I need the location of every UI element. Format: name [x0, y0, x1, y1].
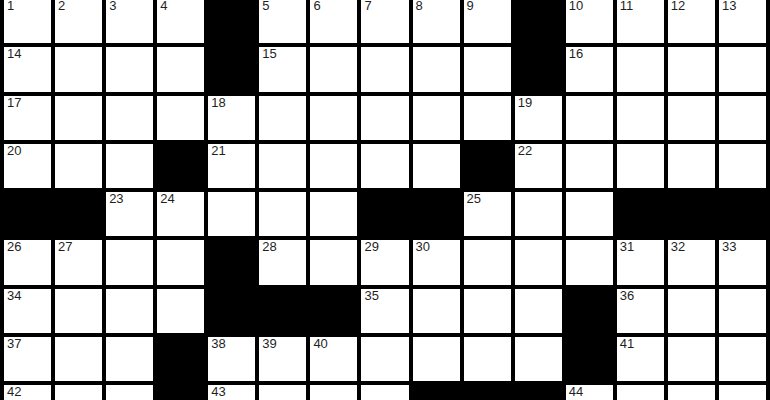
- black-cell: [413, 385, 460, 400]
- clue-number: 8: [416, 0, 423, 13]
- grid-cell[interactable]: [310, 192, 357, 236]
- grid-cell[interactable]: [55, 289, 102, 333]
- clue-number: 36: [620, 289, 634, 303]
- clue-number: 29: [364, 240, 378, 254]
- clue-number: 39: [262, 337, 276, 351]
- grid-cell[interactable]: 32: [668, 240, 715, 284]
- clue-number: 3: [109, 0, 116, 13]
- grid-cell[interactable]: [361, 385, 408, 400]
- grid-cell[interactable]: [259, 192, 306, 236]
- grid-cell[interactable]: 41: [617, 337, 664, 381]
- grid-cell[interactable]: 28: [259, 240, 306, 284]
- clue-number: 4: [160, 0, 167, 13]
- clue-number: 15: [262, 47, 276, 61]
- clue-number: 14: [7, 47, 21, 61]
- clue-number: 23: [109, 192, 123, 206]
- grid-cell[interactable]: 1: [4, 0, 51, 43]
- grid-cell[interactable]: 20: [4, 144, 51, 188]
- black-cell: [515, 47, 562, 91]
- grid-cell[interactable]: [55, 385, 102, 400]
- grid-cell[interactable]: [668, 385, 715, 400]
- clue-number: 40: [313, 337, 327, 351]
- grid-cell[interactable]: [719, 337, 766, 381]
- clue-number: 5: [262, 0, 269, 13]
- black-cell: [157, 385, 204, 400]
- grid-cell[interactable]: 9: [464, 0, 511, 43]
- grid-cell[interactable]: [106, 385, 153, 400]
- grid-cell[interactable]: [566, 240, 613, 284]
- black-cell: [464, 144, 511, 188]
- grid-cell[interactable]: 11: [617, 0, 664, 43]
- grid-cell[interactable]: [157, 240, 204, 284]
- grid-cell[interactable]: 2: [55, 0, 102, 43]
- grid-cell[interactable]: [668, 144, 715, 188]
- clue-number: 32: [671, 240, 685, 254]
- grid-cell[interactable]: 19: [515, 96, 562, 140]
- grid-cell[interactable]: [361, 144, 408, 188]
- clue-number: 6: [313, 0, 320, 13]
- grid-cell[interactable]: [464, 289, 511, 333]
- grid-cell[interactable]: 36: [617, 289, 664, 333]
- grid-cell[interactable]: [566, 144, 613, 188]
- black-cell: [413, 192, 460, 236]
- grid-cell[interactable]: 24: [157, 192, 204, 236]
- grid-cell[interactable]: 12: [668, 0, 715, 43]
- grid-cell[interactable]: 42: [4, 385, 51, 400]
- grid-cell[interactable]: [106, 47, 153, 91]
- black-cell: [361, 192, 408, 236]
- clue-number: 2: [58, 0, 65, 13]
- grid-cell[interactable]: [668, 289, 715, 333]
- black-cell: [566, 337, 613, 381]
- clue-number: 34: [7, 289, 21, 303]
- grid-cell[interactable]: [617, 47, 664, 91]
- grid-cell[interactable]: [106, 240, 153, 284]
- grid-cell[interactable]: [719, 96, 766, 140]
- grid-cell[interactable]: [55, 47, 102, 91]
- grid-cell[interactable]: [464, 337, 511, 381]
- grid-cell[interactable]: [361, 337, 408, 381]
- black-cell: [259, 289, 306, 333]
- black-cell: [515, 0, 562, 43]
- clue-number: 30: [416, 240, 430, 254]
- black-cell: [208, 240, 255, 284]
- clue-number: 11: [620, 0, 634, 13]
- black-cell: [617, 192, 664, 236]
- grid-cell[interactable]: [617, 144, 664, 188]
- grid-cell[interactable]: [157, 47, 204, 91]
- clue-number: 1: [7, 0, 14, 13]
- grid-cell[interactable]: 18: [208, 96, 255, 140]
- grid-cell[interactable]: 27: [55, 240, 102, 284]
- clue-number: 28: [262, 240, 276, 254]
- grid-cell[interactable]: [55, 144, 102, 188]
- clue-number: 25: [467, 192, 481, 206]
- grid-cell[interactable]: 14: [4, 47, 51, 91]
- grid-cell[interactable]: [361, 96, 408, 140]
- clue-number: 22: [518, 144, 532, 158]
- grid-cell[interactable]: [617, 96, 664, 140]
- clue-number: 12: [671, 0, 685, 13]
- grid-cell[interactable]: [208, 192, 255, 236]
- grid-cell[interactable]: [617, 385, 664, 400]
- grid-cell[interactable]: 10: [566, 0, 613, 43]
- grid-cell[interactable]: [310, 240, 357, 284]
- grid-cell[interactable]: [515, 240, 562, 284]
- grid-cell[interactable]: 37: [4, 337, 51, 381]
- clue-number: 27: [58, 240, 72, 254]
- clue-number: 33: [722, 240, 736, 254]
- grid-cell[interactable]: 30: [413, 240, 460, 284]
- clue-number: 42: [7, 385, 21, 399]
- black-cell: [208, 289, 255, 333]
- clue-number: 26: [7, 240, 21, 254]
- clue-number: 18: [211, 96, 225, 110]
- grid-cell[interactable]: [55, 337, 102, 381]
- grid-cell[interactable]: 44: [566, 385, 613, 400]
- grid-cell[interactable]: 8: [413, 0, 460, 43]
- black-cell: [464, 385, 511, 400]
- grid-cell[interactable]: 38: [208, 337, 255, 381]
- grid-cell[interactable]: 35: [361, 289, 408, 333]
- grid-cell[interactable]: [515, 192, 562, 236]
- grid-cell[interactable]: 31: [617, 240, 664, 284]
- grid-cell[interactable]: [566, 192, 613, 236]
- clue-number: 9: [467, 0, 474, 13]
- grid-cell[interactable]: [55, 96, 102, 140]
- clue-number: 24: [160, 192, 174, 206]
- grid-cell[interactable]: [515, 289, 562, 333]
- grid-cell[interactable]: [413, 337, 460, 381]
- clue-number: 38: [211, 337, 225, 351]
- grid-cell[interactable]: [310, 47, 357, 91]
- clue-number: 10: [569, 0, 583, 13]
- black-cell: [566, 289, 613, 333]
- grid-cell[interactable]: [361, 47, 408, 91]
- grid-cell[interactable]: 39: [259, 337, 306, 381]
- grid-cell[interactable]: [719, 144, 766, 188]
- clue-number: 41: [620, 337, 634, 351]
- clue-number: 7: [364, 0, 371, 13]
- grid-cell[interactable]: 34: [4, 289, 51, 333]
- black-cell: [208, 47, 255, 91]
- grid-cell[interactable]: 21: [208, 144, 255, 188]
- black-cell: [668, 192, 715, 236]
- black-cell: [157, 337, 204, 381]
- crossword-grid: 1234567891011121314151617181920212223242…: [0, 0, 770, 400]
- grid-cell[interactable]: [259, 385, 306, 400]
- grid-cell[interactable]: 4: [157, 0, 204, 43]
- grid-cell[interactable]: 5: [259, 0, 306, 43]
- grid-cell[interactable]: [719, 289, 766, 333]
- clue-number: 21: [211, 144, 225, 158]
- grid-cell[interactable]: [719, 385, 766, 400]
- clue-number: 19: [518, 96, 532, 110]
- grid-cell[interactable]: 6: [310, 0, 357, 43]
- grid-cell[interactable]: 29: [361, 240, 408, 284]
- grid-cell[interactable]: 33: [719, 240, 766, 284]
- clue-number: 31: [620, 240, 634, 254]
- black-cell: [157, 144, 204, 188]
- clue-number: 37: [7, 337, 21, 351]
- grid-cell[interactable]: [413, 47, 460, 91]
- grid-cell[interactable]: [413, 96, 460, 140]
- grid-cell[interactable]: [259, 96, 306, 140]
- grid-cell[interactable]: [106, 96, 153, 140]
- grid-cell[interactable]: 25: [464, 192, 511, 236]
- black-cell: [208, 0, 255, 43]
- grid-cell[interactable]: 43: [208, 385, 255, 400]
- grid-cell[interactable]: [515, 337, 562, 381]
- grid-cell[interactable]: [464, 96, 511, 140]
- clue-number: 16: [569, 47, 583, 61]
- black-cell: [4, 192, 51, 236]
- grid-cell[interactable]: 17: [4, 96, 51, 140]
- grid-cell[interactable]: 26: [4, 240, 51, 284]
- black-cell: [719, 192, 766, 236]
- grid-cell[interactable]: [310, 144, 357, 188]
- grid-cell[interactable]: [413, 289, 460, 333]
- crossword-viewport: 1234567891011121314151617181920212223242…: [0, 0, 770, 400]
- grid-cell[interactable]: [464, 240, 511, 284]
- grid-cell[interactable]: [157, 96, 204, 140]
- grid-cell[interactable]: 3: [106, 0, 153, 43]
- clue-number: 13: [722, 0, 736, 13]
- grid-cell[interactable]: [464, 47, 511, 91]
- grid-cell[interactable]: 7: [361, 0, 408, 43]
- grid-cell[interactable]: 15: [259, 47, 306, 91]
- grid-cell[interactable]: [413, 144, 460, 188]
- grid-cell[interactable]: 23: [106, 192, 153, 236]
- grid-cell[interactable]: 22: [515, 144, 562, 188]
- grid-cell[interactable]: [668, 96, 715, 140]
- grid-cell[interactable]: [566, 96, 613, 140]
- grid-cell[interactable]: [310, 96, 357, 140]
- clue-number: 17: [7, 96, 21, 110]
- grid-cell[interactable]: 16: [566, 47, 613, 91]
- grid-cell[interactable]: [106, 144, 153, 188]
- grid-cell[interactable]: 40: [310, 337, 357, 381]
- grid-cell[interactable]: [668, 47, 715, 91]
- grid-cell[interactable]: [719, 47, 766, 91]
- grid-cell[interactable]: [106, 289, 153, 333]
- clue-number: 43: [211, 385, 225, 399]
- black-cell: [515, 385, 562, 400]
- grid-cell[interactable]: 13: [719, 0, 766, 43]
- grid-cell[interactable]: [259, 144, 306, 188]
- clue-number: 35: [364, 289, 378, 303]
- grid-cell[interactable]: [310, 385, 357, 400]
- grid-cell[interactable]: [106, 337, 153, 381]
- black-cell: [55, 192, 102, 236]
- clue-number: 20: [7, 144, 21, 158]
- black-cell: [310, 289, 357, 333]
- grid-cell[interactable]: [157, 289, 204, 333]
- grid-cell[interactable]: [668, 337, 715, 381]
- clue-number: 44: [569, 385, 583, 399]
